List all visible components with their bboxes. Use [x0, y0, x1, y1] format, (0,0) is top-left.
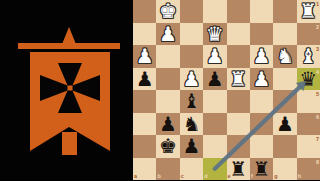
- rank-label-1: 1: [316, 1, 319, 7]
- square-g4[interactable]: [273, 68, 296, 91]
- square-h3[interactable]: ♝3: [297, 45, 320, 68]
- square-d4[interactable]: ♟: [203, 68, 226, 91]
- square-c4[interactable]: ♟: [180, 68, 203, 91]
- square-a8[interactable]: a: [133, 158, 156, 181]
- square-d3[interactable]: ♟: [203, 45, 226, 68]
- square-b6[interactable]: ♟: [156, 113, 179, 136]
- square-d2[interactable]: ♛: [203, 23, 226, 46]
- square-f7[interactable]: [250, 135, 273, 158]
- square-d8[interactable]: d: [203, 158, 226, 181]
- square-g3[interactable]: ♞: [273, 45, 296, 68]
- file-label-d: d: [204, 173, 207, 179]
- square-c7[interactable]: ♟: [180, 135, 203, 158]
- square-e6[interactable]: [227, 113, 250, 136]
- black-pawn[interactable]: ♟: [182, 135, 200, 157]
- square-g8[interactable]: g: [273, 158, 296, 181]
- banner-finial: [63, 27, 76, 43]
- square-b8[interactable]: b: [156, 158, 179, 181]
- square-g5[interactable]: [273, 90, 296, 113]
- square-g1[interactable]: [273, 0, 296, 23]
- square-b2[interactable]: ♟: [156, 23, 179, 46]
- square-f1[interactable]: [250, 0, 273, 23]
- square-c1[interactable]: [180, 0, 203, 23]
- file-label-f: f: [251, 173, 253, 179]
- banner-crossbar: [18, 43, 120, 49]
- square-d1[interactable]: [203, 0, 226, 23]
- banner-strip: [62, 132, 77, 155]
- square-h7[interactable]: 7: [297, 135, 320, 158]
- square-a6[interactable]: [133, 113, 156, 136]
- square-a2[interactable]: [133, 23, 156, 46]
- square-a5[interactable]: [133, 90, 156, 113]
- square-h6[interactable]: 6: [297, 113, 320, 136]
- white-king[interactable]: ♚: [159, 0, 177, 22]
- white-knight[interactable]: ♞: [276, 45, 294, 67]
- white-pawn[interactable]: ♟: [253, 68, 271, 90]
- white-queen[interactable]: ♛: [206, 23, 224, 45]
- black-queen[interactable]: ♛: [299, 68, 317, 90]
- square-f2[interactable]: [250, 23, 273, 46]
- square-b5[interactable]: [156, 90, 179, 113]
- rank-label-5: 5: [316, 91, 319, 97]
- square-f4[interactable]: ♟: [250, 68, 273, 91]
- white-rook[interactable]: ♜: [229, 68, 247, 90]
- square-b7[interactable]: ♚: [156, 135, 179, 158]
- square-c2[interactable]: [180, 23, 203, 46]
- white-pawn[interactable]: ♟: [253, 45, 271, 67]
- video-frame: ♚♜1♟♛2♟♟♟♞♝3♟♟♟♜♟♛4♝5♟♞♟6♚♟7abcd♜e♜fg8h: [0, 0, 320, 180]
- black-pawn[interactable]: ♟: [136, 68, 154, 90]
- square-e8[interactable]: ♜e: [227, 158, 250, 181]
- square-e1[interactable]: [227, 0, 250, 23]
- square-e4[interactable]: ♜: [227, 68, 250, 91]
- white-pawn[interactable]: ♟: [206, 45, 224, 67]
- square-g6[interactable]: ♟: [273, 113, 296, 136]
- square-e7[interactable]: [227, 135, 250, 158]
- square-f3[interactable]: ♟: [250, 45, 273, 68]
- square-f5[interactable]: [250, 90, 273, 113]
- square-h5[interactable]: 5: [297, 90, 320, 113]
- black-knight[interactable]: ♞: [182, 113, 200, 135]
- black-pawn[interactable]: ♟: [276, 113, 294, 135]
- white-pawn[interactable]: ♟: [136, 45, 154, 67]
- square-g2[interactable]: [273, 23, 296, 46]
- white-pawn[interactable]: ♟: [159, 23, 177, 45]
- rank-label-8: 8: [316, 159, 319, 165]
- rank-label-2: 2: [316, 24, 319, 30]
- file-label-a: a: [134, 173, 137, 179]
- square-h8[interactable]: 8h: [297, 158, 320, 181]
- square-a4[interactable]: ♟: [133, 68, 156, 91]
- rank-label-6: 6: [316, 114, 319, 120]
- white-bishop[interactable]: ♝: [299, 45, 317, 67]
- square-d5[interactable]: [203, 90, 226, 113]
- square-h1[interactable]: ♜1: [297, 0, 320, 23]
- black-pawn[interactable]: ♟: [206, 68, 224, 90]
- square-a3[interactable]: ♟: [133, 45, 156, 68]
- square-f8[interactable]: ♜f: [250, 158, 273, 181]
- black-rook[interactable]: ♜: [253, 158, 271, 180]
- file-label-e: e: [228, 173, 231, 179]
- white-rook[interactable]: ♜: [299, 0, 317, 22]
- file-label-c: c: [181, 173, 184, 179]
- chess-board: ♚♜1♟♛2♟♟♟♞♝3♟♟♟♜♟♛4♝5♟♞♟6♚♟7abcd♜e♜fg8h: [133, 0, 320, 180]
- square-c3[interactable]: [180, 45, 203, 68]
- rank-label-4: 4: [316, 69, 319, 75]
- square-b1[interactable]: ♚: [156, 0, 179, 23]
- banner-cross-emblem: [0, 0, 133, 180]
- file-label-g: g: [274, 173, 277, 179]
- file-label-b: b: [157, 173, 160, 179]
- square-a7[interactable]: [133, 135, 156, 158]
- rank-label-7: 7: [316, 136, 319, 142]
- square-e3[interactable]: [227, 45, 250, 68]
- black-rook[interactable]: ♜: [229, 158, 247, 180]
- file-label-h: h: [298, 173, 301, 179]
- square-d6[interactable]: [203, 113, 226, 136]
- square-a1[interactable]: [133, 0, 156, 23]
- white-pawn[interactable]: ♟: [182, 68, 200, 90]
- square-c8[interactable]: c: [180, 158, 203, 181]
- square-h2[interactable]: 2: [297, 23, 320, 46]
- square-b3[interactable]: [156, 45, 179, 68]
- square-b4[interactable]: [156, 68, 179, 91]
- square-f6[interactable]: [250, 113, 273, 136]
- square-e2[interactable]: [227, 23, 250, 46]
- square-c5[interactable]: ♝: [180, 90, 203, 113]
- square-d7[interactable]: [203, 135, 226, 158]
- black-pawn[interactable]: ♟: [159, 113, 177, 135]
- black-king[interactable]: ♚: [159, 135, 177, 157]
- black-bishop[interactable]: ♝: [182, 90, 200, 112]
- square-g7[interactable]: [273, 135, 296, 158]
- square-c6[interactable]: ♞: [180, 113, 203, 136]
- square-h4[interactable]: ♛4: [297, 68, 320, 91]
- square-e5[interactable]: [227, 90, 250, 113]
- rank-label-3: 3: [316, 46, 319, 52]
- left-panel: [0, 0, 133, 180]
